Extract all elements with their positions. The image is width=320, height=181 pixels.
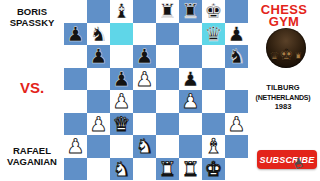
square-h3: ♟ xyxy=(225,113,248,136)
square-g3 xyxy=(202,113,225,136)
square-h2 xyxy=(225,135,248,158)
square-f4: ♟ xyxy=(179,90,202,113)
black-pawn-b6: ♟ xyxy=(90,46,108,66)
square-e7 xyxy=(156,23,179,46)
square-d4 xyxy=(133,90,156,113)
square-h6: ♞ xyxy=(225,45,248,68)
square-a5 xyxy=(64,68,87,91)
square-a6 xyxy=(64,45,87,68)
black-rook-e8: ♜ xyxy=(159,1,177,21)
white-bishop-g2: ♝ xyxy=(205,136,223,156)
event-city: TILBURG xyxy=(246,83,320,93)
chess-gym-logo: ♛ ♚ ♜ xyxy=(266,28,306,68)
white-pawn-h3: ♟ xyxy=(228,114,246,134)
square-c2 xyxy=(110,135,133,158)
white-knight-c1: ♞ xyxy=(113,159,131,179)
subscribe-button[interactable]: SUBSCRIBE xyxy=(257,150,317,169)
white-rook-f1: ♜ xyxy=(182,159,200,179)
square-d2: ♞ xyxy=(133,135,156,158)
white-pawn-d5: ♟ xyxy=(136,69,154,89)
square-b7: ♞ xyxy=(87,23,110,46)
white-pawn-b3: ♟ xyxy=(90,114,108,134)
square-b8 xyxy=(87,0,110,23)
square-h4 xyxy=(225,90,248,113)
white-king-g1: ♚ xyxy=(205,159,223,179)
white-pawn-a2: ♟ xyxy=(67,136,85,156)
square-g6 xyxy=(202,45,225,68)
square-d1 xyxy=(133,158,156,181)
player-bottom-first-name: RAFAEL xyxy=(0,145,64,156)
versus-label: VS. xyxy=(0,80,64,96)
square-h8 xyxy=(225,0,248,23)
player-top-first-name: BORIS xyxy=(0,6,64,17)
square-b3: ♟ xyxy=(87,113,110,136)
square-e4 xyxy=(156,90,179,113)
square-f7 xyxy=(179,23,202,46)
logo-rook-icon: ♜ xyxy=(294,52,303,62)
channel-name: CHESS GYM xyxy=(248,4,320,28)
square-a8 xyxy=(64,0,87,23)
left-panel: BORIS SPASSKY VS. RAFAEL VAGANIAN xyxy=(0,0,64,180)
white-queen-c3: ♛ xyxy=(113,114,131,134)
square-d5: ♟ xyxy=(133,68,156,91)
square-b4 xyxy=(87,90,110,113)
square-g1: ♚ xyxy=(202,158,225,181)
black-pawn-c5: ♟ xyxy=(113,69,131,89)
square-g5 xyxy=(202,68,225,91)
square-g4 xyxy=(202,90,225,113)
square-a1 xyxy=(64,158,87,181)
player-top-last-name: SPASSKY xyxy=(0,17,64,28)
black-pawn-a7: ♟ xyxy=(67,24,85,44)
player-top-name: BORIS SPASSKY xyxy=(0,6,64,28)
event-year: 1983 xyxy=(246,102,320,112)
square-d3 xyxy=(133,113,156,136)
black-bishop-c8: ♝ xyxy=(113,1,131,21)
square-h1 xyxy=(225,158,248,181)
channel-name-line2: GYM xyxy=(248,16,320,28)
black-knight-h6: ♞ xyxy=(228,46,246,66)
player-bottom-last-name: VAGANIAN xyxy=(0,156,64,167)
black-rook-f8: ♜ xyxy=(182,1,200,21)
square-c4: ♟ xyxy=(110,90,133,113)
square-d8 xyxy=(133,0,156,23)
white-pawn-f4: ♟ xyxy=(182,91,200,111)
black-queen-g7: ♛ xyxy=(205,24,223,44)
square-c6 xyxy=(110,45,133,68)
square-c8: ♝ xyxy=(110,0,133,23)
logo-queen-icon: ♛ xyxy=(269,51,279,62)
white-rook-e1: ♜ xyxy=(159,159,177,179)
square-g2: ♝ xyxy=(202,135,225,158)
square-f1: ♜ xyxy=(179,158,202,181)
square-e5 xyxy=(156,68,179,91)
black-pawn-d6: ♟ xyxy=(136,46,154,66)
logo-king-icon: ♚ xyxy=(279,47,293,63)
square-f3 xyxy=(179,113,202,136)
chess-board: ♝♜♜♚♟♞♛♟♟♟♞♟♟♟♟♟♟♛♟♟♞♝♞♜♜♚ xyxy=(64,0,248,180)
white-pawn-c4: ♟ xyxy=(113,91,131,111)
square-f2 xyxy=(179,135,202,158)
square-b1 xyxy=(87,158,110,181)
square-c1: ♞ xyxy=(110,158,133,181)
square-a7: ♟ xyxy=(64,23,87,46)
square-e3 xyxy=(156,113,179,136)
event-country: (NETHERLANDS) xyxy=(246,93,320,103)
square-f6 xyxy=(179,45,202,68)
square-d7 xyxy=(133,23,156,46)
square-c7 xyxy=(110,23,133,46)
square-g8: ♚ xyxy=(202,0,225,23)
black-king-g8: ♚ xyxy=(205,1,223,21)
square-d6: ♟ xyxy=(133,45,156,68)
square-e8: ♜ xyxy=(156,0,179,23)
square-a3 xyxy=(64,113,87,136)
square-b5 xyxy=(87,68,110,91)
square-g7: ♛ xyxy=(202,23,225,46)
square-c5: ♟ xyxy=(110,68,133,91)
square-a2: ♟ xyxy=(64,135,87,158)
square-b6: ♟ xyxy=(87,45,110,68)
square-e2 xyxy=(156,135,179,158)
square-f8: ♜ xyxy=(179,0,202,23)
square-e6 xyxy=(156,45,179,68)
square-h7: ♟ xyxy=(225,23,248,46)
square-h5 xyxy=(225,68,248,91)
square-e1: ♜ xyxy=(156,158,179,181)
square-b2 xyxy=(87,135,110,158)
black-pawn-f5: ♟ xyxy=(182,69,200,89)
event-info: TILBURG (NETHERLANDS) 1983 xyxy=(246,83,320,112)
player-bottom-name: RAFAEL VAGANIAN xyxy=(0,145,64,167)
square-c3: ♛ xyxy=(110,113,133,136)
white-knight-d2: ♞ xyxy=(136,136,154,156)
square-a4 xyxy=(64,90,87,113)
black-pawn-h7: ♟ xyxy=(228,24,246,44)
black-knight-b7: ♞ xyxy=(90,24,108,44)
square-f5: ♟ xyxy=(179,68,202,91)
